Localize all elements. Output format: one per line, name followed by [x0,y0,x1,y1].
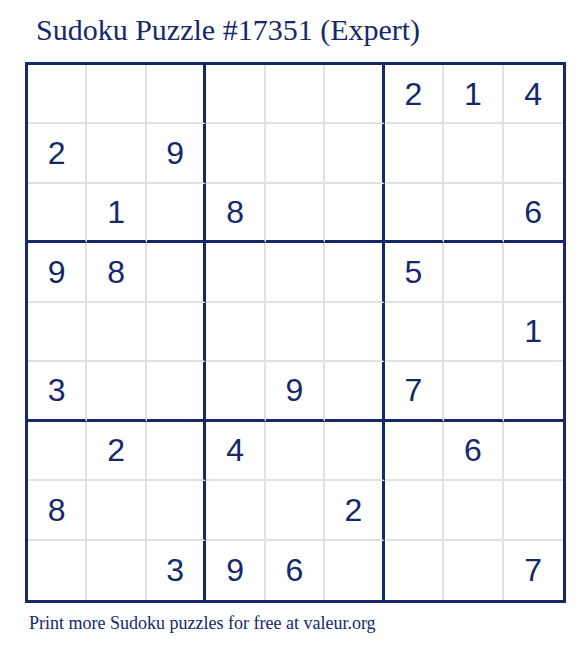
cell-r4c6 [325,243,384,302]
cell-r4c2: 8 [87,243,146,302]
given-digit: 6 [286,554,304,586]
given-digit: 4 [524,78,542,110]
cell-r7c5 [266,422,325,481]
footer-text: Print more Sudoku puzzles for free at va… [29,613,376,634]
cell-r5c9: 1 [504,303,563,362]
given-digit: 1 [464,78,482,110]
cell-r2c9 [504,124,563,183]
cell-r5c4 [206,303,265,362]
cell-r8c1: 8 [28,481,87,540]
cell-r7c9 [504,422,563,481]
cell-r4c4 [206,243,265,302]
given-digit: 6 [524,196,542,228]
cell-r7c4: 4 [206,422,265,481]
given-digit: 7 [404,374,422,406]
cell-r2c6 [325,124,384,183]
given-digit: 6 [464,434,482,466]
cell-r2c1: 2 [28,124,87,183]
cell-r9c8 [444,541,503,600]
cell-r1c4 [206,65,265,124]
cell-r3c3 [147,184,206,243]
cell-r2c5 [266,124,325,183]
cell-r7c8: 6 [444,422,503,481]
cell-r4c7: 5 [385,243,444,302]
given-digit: 5 [404,256,422,288]
cell-r5c8 [444,303,503,362]
given-digit: 9 [286,374,304,406]
given-digit: 8 [226,196,244,228]
cell-r4c5 [266,243,325,302]
cell-r2c8 [444,124,503,183]
cell-r9c4: 9 [206,541,265,600]
cell-r5c7 [385,303,444,362]
cell-r3c8 [444,184,503,243]
cell-r6c7: 7 [385,362,444,421]
given-digit: 8 [107,256,125,288]
cell-r1c1 [28,65,87,124]
cell-r4c1: 9 [28,243,87,302]
given-digit: 7 [524,554,542,586]
given-digit: 2 [48,137,66,169]
cell-r9c1 [28,541,87,600]
cell-r8c2 [87,481,146,540]
cell-r6c3 [147,362,206,421]
cell-r4c9 [504,243,563,302]
cell-r6c9 [504,362,563,421]
cell-r8c8 [444,481,503,540]
cell-r1c5 [266,65,325,124]
cell-r8c3 [147,481,206,540]
cell-r9c2 [87,541,146,600]
given-digit: 2 [107,434,125,466]
cell-r9c5: 6 [266,541,325,600]
given-digit: 3 [166,554,184,586]
cell-r3c7 [385,184,444,243]
cell-r5c5 [266,303,325,362]
cell-r9c6 [325,541,384,600]
cell-r3c5 [266,184,325,243]
cell-r6c1: 3 [28,362,87,421]
given-digit: 9 [226,554,244,586]
given-digit: 1 [524,315,542,347]
given-digit: 9 [48,256,66,288]
cell-r3c4: 8 [206,184,265,243]
cell-r7c3 [147,422,206,481]
cell-r8c4 [206,481,265,540]
cell-r2c2 [87,124,146,183]
cell-r3c2: 1 [87,184,146,243]
sudoku-page: Sudoku Puzzle #17351 (Expert) 2142918698… [0,0,580,651]
cell-r3c9: 6 [504,184,563,243]
cell-r1c6 [325,65,384,124]
cell-r9c9: 7 [504,541,563,600]
given-digit: 9 [166,137,184,169]
given-digit: 1 [107,196,125,228]
cell-r8c7 [385,481,444,540]
cell-r9c7 [385,541,444,600]
cell-r3c1 [28,184,87,243]
cell-r7c1 [28,422,87,481]
given-digit: 2 [345,494,363,526]
page-title: Sudoku Puzzle #17351 (Expert) [36,13,420,47]
cell-r1c7: 2 [385,65,444,124]
cell-r2c3: 9 [147,124,206,183]
given-digit: 4 [226,434,244,466]
given-digit: 8 [48,494,66,526]
cell-r3c6 [325,184,384,243]
cell-r7c7 [385,422,444,481]
cell-r1c9: 4 [504,65,563,124]
cell-r8c5 [266,481,325,540]
cell-r2c7 [385,124,444,183]
cell-r2c4 [206,124,265,183]
cell-r5c6 [325,303,384,362]
cell-r7c6 [325,422,384,481]
cell-r5c3 [147,303,206,362]
cell-r8c6: 2 [325,481,384,540]
given-digit: 3 [48,374,66,406]
cell-r6c2 [87,362,146,421]
cell-r6c4 [206,362,265,421]
cell-r4c8 [444,243,503,302]
cell-r7c2: 2 [87,422,146,481]
cell-r4c3 [147,243,206,302]
cell-r5c1 [28,303,87,362]
cell-r6c8 [444,362,503,421]
cell-r9c3: 3 [147,541,206,600]
cell-r8c9 [504,481,563,540]
cell-r1c8: 1 [444,65,503,124]
given-digit: 2 [404,78,422,110]
cell-r1c2 [87,65,146,124]
cell-r1c3 [147,65,206,124]
cell-r5c2 [87,303,146,362]
cell-r6c6 [325,362,384,421]
cell-r6c5: 9 [266,362,325,421]
sudoku-board: 214291869851397246823967 [25,62,566,603]
